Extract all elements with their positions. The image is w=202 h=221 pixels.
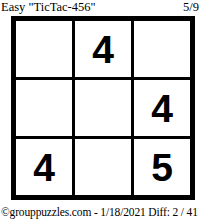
cell-r3c2[interactable] [75,139,131,195]
cell-r2c1[interactable] [16,80,72,136]
cell-r1c3[interactable] [134,21,190,77]
cell-r2c2[interactable] [75,80,131,136]
cell-r1c2[interactable]: 4 [75,21,131,77]
cell-r2c3[interactable]: 4 [134,80,190,136]
puzzle-progress: 5/9 [183,0,199,15]
cell-r3c3[interactable]: 5 [134,139,190,195]
copyright-line: ©grouppuzzles.com - 1/18/2021 Diff: 2 / … [1,206,201,218]
puzzle-grid: 4 4 4 5 [11,16,195,200]
cell-r3c1[interactable]: 4 [16,139,72,195]
puzzle-title: Easy "TicTac-456" [1,0,96,15]
header: Easy "TicTac-456" 5/9 [0,0,202,15]
cell-r1c1[interactable] [16,21,72,77]
